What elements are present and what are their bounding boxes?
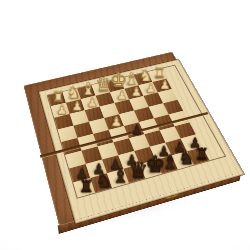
square-h2[interactable]: ♟: [153, 79, 172, 93]
chess-set-photo: ♜♞♝♛♚♝♞♜♟♟♟♟♟♟♟♟♟♟♟♟♟♟♟♟♜♞♝♛♚♝♞♜: [0, 0, 250, 250]
white-pawn: ♟: [108, 115, 124, 128]
square-b8[interactable]: ♞: [90, 173, 112, 192]
square-h6[interactable]: [175, 122, 196, 138]
black-pawn: ♟: [187, 136, 204, 150]
white-rook: ♜: [152, 67, 167, 81]
black-rook: ♜: [193, 147, 210, 163]
scene: ♜♞♝♛♚♝♞♜♟♟♟♟♟♟♟♟♟♟♟♟♟♟♟♟♜♞♝♛♚♝♞♜: [0, 0, 250, 250]
square-c8[interactable]: ♝: [107, 169, 129, 188]
